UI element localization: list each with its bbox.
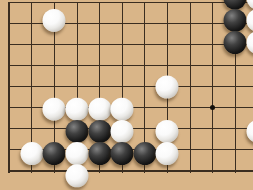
board-point[interactable] (0, 34, 21, 55)
white-stone (43, 97, 66, 120)
board-point[interactable] (21, 139, 44, 160)
board-point[interactable] (156, 160, 179, 181)
board-point[interactable] (179, 55, 202, 76)
board-point[interactable] (224, 76, 247, 97)
board-point[interactable] (21, 118, 44, 139)
board-point[interactable] (224, 118, 247, 139)
board-point[interactable] (88, 13, 111, 34)
board-point[interactable] (21, 34, 44, 55)
board-point[interactable] (134, 55, 157, 76)
board-point[interactable] (179, 0, 202, 13)
board-point[interactable] (201, 0, 224, 13)
board-point[interactable] (111, 118, 134, 139)
white-stone (88, 97, 111, 120)
board-point[interactable] (66, 76, 89, 97)
board-point[interactable] (247, 34, 253, 55)
board-point[interactable] (156, 55, 179, 76)
board-point[interactable] (156, 97, 179, 118)
board-point[interactable] (43, 55, 66, 76)
white-stone (66, 164, 89, 187)
board-point[interactable] (21, 76, 44, 97)
board-point-grid (0, 0, 253, 181)
board-point[interactable] (224, 160, 247, 181)
board-point[interactable] (0, 13, 21, 34)
board-point[interactable] (156, 76, 179, 97)
board-point[interactable] (224, 97, 247, 118)
board-point[interactable] (0, 55, 21, 76)
board-point[interactable] (111, 55, 134, 76)
board-point[interactable] (0, 76, 21, 97)
board-point[interactable] (66, 160, 89, 181)
board-point[interactable] (88, 118, 111, 139)
screenshot-stage (0, 0, 253, 190)
board-point[interactable] (43, 118, 66, 139)
board-point[interactable] (21, 13, 44, 34)
board-point[interactable] (201, 76, 224, 97)
black-stone (224, 9, 247, 32)
board-point[interactable] (134, 76, 157, 97)
board-point[interactable] (134, 97, 157, 118)
board-point[interactable] (111, 139, 134, 160)
board-point[interactable] (0, 139, 21, 160)
board-point[interactable] (111, 0, 134, 13)
board-point[interactable] (66, 0, 89, 13)
board-point[interactable] (134, 160, 157, 181)
board-point[interactable] (247, 76, 253, 97)
board-point[interactable] (156, 0, 179, 13)
board-point[interactable] (21, 160, 44, 181)
board-point[interactable] (247, 160, 253, 181)
board-point[interactable] (0, 0, 21, 13)
board-point[interactable] (0, 118, 21, 139)
board-point[interactable] (134, 139, 157, 160)
board-point[interactable] (88, 76, 111, 97)
board-point[interactable] (201, 160, 224, 181)
white-stone (111, 97, 134, 120)
board-point[interactable] (88, 160, 111, 181)
board-point[interactable] (88, 0, 111, 13)
board-point[interactable] (134, 34, 157, 55)
white-stone (246, 0, 253, 9)
board-point[interactable] (88, 139, 111, 160)
board-point[interactable] (224, 55, 247, 76)
board-point[interactable] (111, 13, 134, 34)
board-point[interactable] (66, 55, 89, 76)
board-point[interactable] (111, 34, 134, 55)
board-point[interactable] (156, 118, 179, 139)
board-point[interactable] (43, 139, 66, 160)
board-point[interactable] (66, 118, 89, 139)
board-point[interactable] (43, 160, 66, 181)
board-point[interactable] (111, 76, 134, 97)
board-point[interactable] (224, 34, 247, 55)
board-point[interactable] (21, 0, 44, 13)
board-point[interactable] (156, 13, 179, 34)
board-point[interactable] (111, 160, 134, 181)
board-point[interactable] (179, 139, 202, 160)
white-stone (156, 75, 179, 98)
board-point[interactable] (179, 34, 202, 55)
board-point[interactable] (179, 76, 202, 97)
white-stone (246, 31, 253, 54)
board-point[interactable] (66, 139, 89, 160)
white-stone (43, 9, 66, 32)
board-point[interactable] (201, 118, 224, 139)
board-point[interactable] (0, 160, 21, 181)
board-point[interactable] (43, 76, 66, 97)
board-point[interactable] (88, 34, 111, 55)
board-point[interactable] (179, 118, 202, 139)
board-point[interactable] (179, 160, 202, 181)
board-point[interactable] (21, 97, 44, 118)
board-point[interactable] (179, 97, 202, 118)
board-point[interactable] (43, 34, 66, 55)
black-stone (224, 31, 247, 54)
go-board[interactable] (0, 0, 253, 190)
board-point[interactable] (111, 97, 134, 118)
board-point[interactable] (201, 34, 224, 55)
board-point[interactable] (0, 97, 21, 118)
board-point[interactable] (21, 55, 44, 76)
board-point[interactable] (201, 55, 224, 76)
board-point[interactable] (134, 118, 157, 139)
board-point[interactable] (66, 13, 89, 34)
board-point[interactable] (88, 97, 111, 118)
board-point[interactable] (156, 34, 179, 55)
board-point[interactable] (201, 13, 224, 34)
board-point[interactable] (66, 97, 89, 118)
board-point[interactable] (179, 13, 202, 34)
board-point[interactable] (134, 13, 157, 34)
board-point[interactable] (156, 139, 179, 160)
board-point[interactable] (247, 97, 253, 118)
board-point[interactable] (134, 0, 157, 13)
board-point[interactable] (247, 139, 253, 160)
board-point[interactable] (247, 118, 253, 139)
board-point[interactable] (201, 97, 224, 118)
board-point[interactable] (201, 139, 224, 160)
board-point[interactable] (43, 13, 66, 34)
white-stone (66, 97, 89, 120)
board-point[interactable] (224, 139, 247, 160)
board-point[interactable] (66, 34, 89, 55)
board-point[interactable] (88, 55, 111, 76)
board-point[interactable] (247, 55, 253, 76)
board-point[interactable] (43, 97, 66, 118)
